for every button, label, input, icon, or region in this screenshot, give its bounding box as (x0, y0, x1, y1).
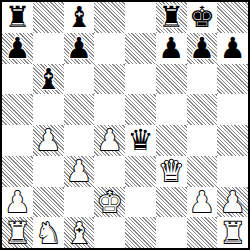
square-c4[interactable] (64, 125, 95, 156)
square-g2[interactable]: ♟ (187, 187, 218, 218)
black-bishop: ♝ (66, 2, 92, 32)
square-e3[interactable] (125, 156, 156, 187)
square-b5[interactable] (33, 94, 64, 125)
square-f6[interactable] (156, 64, 187, 95)
black-pawn: ♟ (66, 33, 92, 63)
white-king: ♚ (97, 187, 123, 217)
square-f7[interactable]: ♟ (156, 33, 187, 64)
white-pawn: ♟ (189, 187, 215, 217)
square-d1[interactable] (94, 217, 125, 248)
square-e4[interactable]: ♛ (125, 125, 156, 156)
chess-board: ♜♝♜♚♟♟♟♟♟♝♟♟♛♟♛♟♚♟♟♜♞♝♜ (0, 0, 250, 250)
square-b2[interactable] (33, 187, 64, 218)
square-a6[interactable] (2, 64, 33, 95)
square-d4[interactable]: ♟ (94, 125, 125, 156)
square-c8[interactable]: ♝ (64, 2, 95, 33)
square-h1[interactable]: ♜ (217, 217, 248, 248)
black-rook: ♜ (4, 2, 30, 32)
black-rook: ♜ (158, 2, 184, 32)
square-e8[interactable] (125, 2, 156, 33)
square-a2[interactable]: ♟ (2, 187, 33, 218)
white-queen: ♛ (158, 156, 184, 186)
square-e2[interactable] (125, 187, 156, 218)
square-a7[interactable]: ♟ (2, 33, 33, 64)
square-a1[interactable]: ♜ (2, 217, 33, 248)
square-h3[interactable] (217, 156, 248, 187)
white-pawn: ♟ (4, 187, 30, 217)
black-pawn: ♟ (158, 33, 184, 63)
square-g8[interactable]: ♚ (187, 2, 218, 33)
square-g7[interactable]: ♟ (187, 33, 218, 64)
square-c2[interactable] (64, 187, 95, 218)
square-g3[interactable] (187, 156, 218, 187)
square-c6[interactable] (64, 64, 95, 95)
white-pawn: ♟ (97, 125, 123, 155)
white-bishop: ♝ (66, 218, 92, 248)
square-d2[interactable]: ♚ (94, 187, 125, 218)
white-pawn: ♟ (220, 187, 246, 217)
square-b4[interactable]: ♟ (33, 125, 64, 156)
square-a3[interactable] (2, 156, 33, 187)
square-b7[interactable] (33, 33, 64, 64)
square-f3[interactable]: ♛ (156, 156, 187, 187)
square-f2[interactable] (156, 187, 187, 218)
square-a8[interactable]: ♜ (2, 2, 33, 33)
black-pawn: ♟ (4, 33, 30, 63)
square-h2[interactable]: ♟ (217, 187, 248, 218)
square-h6[interactable] (217, 64, 248, 95)
square-b6[interactable]: ♝ (33, 64, 64, 95)
square-f8[interactable]: ♜ (156, 2, 187, 33)
white-pawn: ♟ (66, 156, 92, 186)
square-b1[interactable]: ♞ (33, 217, 64, 248)
square-d6[interactable] (94, 64, 125, 95)
square-e6[interactable] (125, 64, 156, 95)
square-h5[interactable] (217, 94, 248, 125)
square-c7[interactable]: ♟ (64, 33, 95, 64)
square-e7[interactable] (125, 33, 156, 64)
square-a5[interactable] (2, 94, 33, 125)
square-g1[interactable] (187, 217, 218, 248)
white-rook: ♜ (220, 218, 246, 248)
black-pawn: ♟ (189, 33, 215, 63)
square-d3[interactable] (94, 156, 125, 187)
black-king: ♚ (189, 2, 215, 32)
square-c3[interactable]: ♟ (64, 156, 95, 187)
square-f5[interactable] (156, 94, 187, 125)
white-knight: ♞ (35, 218, 61, 248)
square-e1[interactable] (125, 217, 156, 248)
square-g6[interactable] (187, 64, 218, 95)
square-h7[interactable]: ♟ (217, 33, 248, 64)
square-a4[interactable] (2, 125, 33, 156)
black-bishop: ♝ (35, 64, 61, 94)
square-b8[interactable] (33, 2, 64, 33)
square-d8[interactable] (94, 2, 125, 33)
square-f4[interactable] (156, 125, 187, 156)
black-queen: ♛ (127, 125, 153, 155)
square-c5[interactable] (64, 94, 95, 125)
square-e5[interactable] (125, 94, 156, 125)
square-h8[interactable] (217, 2, 248, 33)
square-g5[interactable] (187, 94, 218, 125)
square-g4[interactable] (187, 125, 218, 156)
square-f1[interactable] (156, 217, 187, 248)
square-b3[interactable] (33, 156, 64, 187)
square-d5[interactable] (94, 94, 125, 125)
white-rook: ♜ (4, 218, 30, 248)
square-c1[interactable]: ♝ (64, 217, 95, 248)
black-pawn: ♟ (220, 33, 246, 63)
square-d7[interactable] (94, 33, 125, 64)
square-h4[interactable] (217, 125, 248, 156)
white-pawn: ♟ (35, 125, 61, 155)
